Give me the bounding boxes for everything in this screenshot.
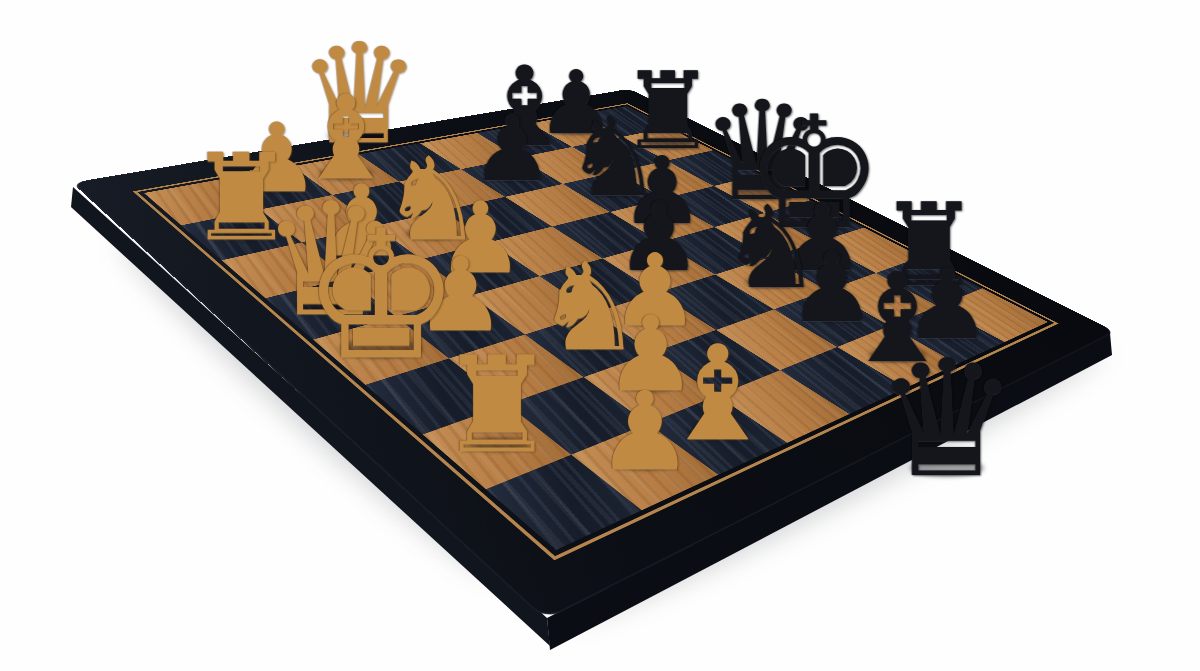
product-photo-scene: ♚♛♜♜♝♝♞♞♟♟♟♟♟♟♟♚♛♜♜♝♝♞♞♟♟♟♟♟♟♟♛♛ bbox=[0, 0, 1200, 671]
